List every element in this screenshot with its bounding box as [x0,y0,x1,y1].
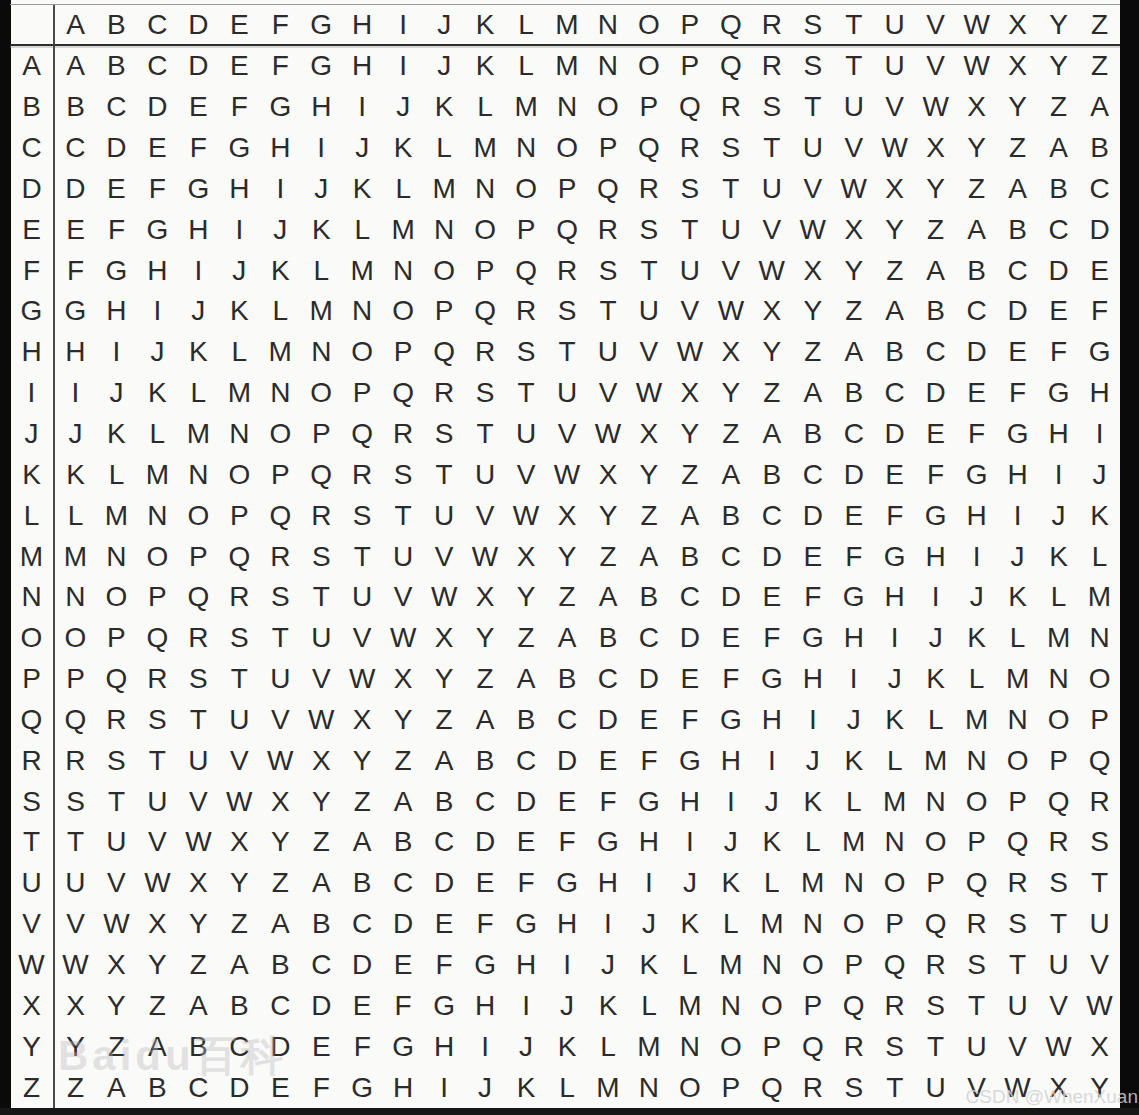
table-cell-VF: A [260,904,301,945]
table-cell-DK: N [465,169,506,210]
table-cell-MP: B [669,536,710,577]
table-cell-WL: H [506,945,547,986]
table-cell-GG: M [301,291,342,332]
table-cell-ZS: R [792,1067,833,1108]
table-cell-QT: J [833,700,874,741]
table-cell-JR: A [751,414,792,455]
table-cell-QN: D [588,700,629,741]
table-cell-TI: B [383,822,424,863]
table-cell-LS: D [792,495,833,536]
table-cell-FD: I [178,250,219,291]
table-cell-QL: B [506,700,547,741]
table-cell-JG: P [301,414,342,455]
table-cell-EY: C [1038,209,1079,250]
table-cell-IE: M [219,373,260,414]
table-cell-TN: G [588,822,629,863]
table-cell-WU: Q [874,945,915,986]
table-cell-RQ: H [710,740,751,781]
column-header-cell-S: S [792,5,833,46]
table-cell-ZR: Q [751,1067,792,1108]
table-cell-HJ: Q [424,332,465,373]
table-cell-NT: G [833,577,874,618]
table-cell-AM: M [547,46,588,87]
table-cell-IU: C [874,373,915,414]
table-cell-AB: B [96,46,137,87]
table-cell-NO: B [628,577,669,618]
table-cell-OW: K [956,618,997,659]
column-header-cell-O: O [628,5,669,46]
table-cell-DM: P [547,169,588,210]
table-cell-RJ: A [424,740,465,781]
table-cell-FL: Q [506,250,547,291]
table-cell-MQ: C [710,536,751,577]
table-cell-XD: A [178,985,219,1026]
table-cell-JT: C [833,414,874,455]
bottom-edge-bar [0,1108,1139,1115]
table-cell-MF: R [260,536,301,577]
table-cell-LI: T [383,495,424,536]
table-cell-VS: N [792,904,833,945]
table-cell-AH: H [342,46,383,87]
table-cell-JY: H [1038,414,1079,455]
table-cell-YQ: O [710,1026,751,1067]
table-cell-XA: X [55,985,96,1026]
table-cell-DX: A [997,169,1038,210]
table-cell-VX: S [997,904,1038,945]
table-cell-MJ: V [424,536,465,577]
table-cell-RK: B [465,740,506,781]
table-cell-BM: N [547,87,588,128]
table-cell-LC: N [137,495,178,536]
table-cell-KD: N [178,454,219,495]
table-cell-PL: A [506,659,547,700]
table-cell-TO: H [628,822,669,863]
table-cell-KN: X [588,454,629,495]
table-cell-YI: G [383,1026,424,1067]
table-cell-HR: Y [751,332,792,373]
table-cell-OK: Y [465,618,506,659]
table-cell-RE: V [219,740,260,781]
corner-cell [10,5,55,46]
table-cell-IH: P [342,373,383,414]
table-cell-QR: H [751,700,792,741]
table-cell-VK: F [465,904,506,945]
table-cell-ZI: H [383,1067,424,1108]
table-cell-NE: R [219,577,260,618]
table-cell-FR: W [751,250,792,291]
table-cell-TQ: J [710,822,751,863]
table-cell-GL: R [506,291,547,332]
table-cell-NQ: D [710,577,751,618]
table-cell-EK: O [465,209,506,250]
table-cell-XM: J [547,985,588,1026]
table-cell-HK: R [465,332,506,373]
table-cell-SK: C [465,781,506,822]
table-cell-DE: H [219,169,260,210]
table-cell-QC: S [137,700,178,741]
table-cell-TE: X [219,822,260,863]
column-header-cell-I: I [383,5,424,46]
table-cell-TC: V [137,822,178,863]
table-cell-QG: W [301,700,342,741]
table-cell-HI: P [383,332,424,373]
table-cell-ND: Q [178,577,219,618]
table-cell-TL: E [506,822,547,863]
column-header-cell-K: K [465,5,506,46]
table-cell-OL: Z [506,618,547,659]
table-cell-QI: Y [383,700,424,741]
table-cell-LA: L [55,495,96,536]
table-cell-OT: H [833,618,874,659]
table-cell-IK: S [465,373,506,414]
table-cell-JP: Y [669,414,710,455]
table-cell-ZH: G [342,1067,383,1108]
row-header-cell-L: L [10,495,55,536]
row-header-cell-T: T [10,822,55,863]
table-cell-GS: Y [792,291,833,332]
table-cell-GB: H [96,291,137,332]
table-cell-EU: Y [874,209,915,250]
table-cell-ZG: F [301,1067,342,1108]
table-cell-LN: Y [588,495,629,536]
table-cell-KO: Y [628,454,669,495]
table-cell-AC: C [137,46,178,87]
table-cell-SB: T [96,781,137,822]
table-cell-JD: M [178,414,219,455]
table-cell-JV: E [915,414,956,455]
table-cell-IR: Z [751,373,792,414]
table-cell-ZO: N [628,1067,669,1108]
table-cell-UR: L [751,863,792,904]
table-cell-UU: O [874,863,915,904]
table-cell-TV: O [915,822,956,863]
table-cell-PT: I [833,659,874,700]
table-cell-LZ: K [1079,495,1120,536]
table-cell-SC: U [137,781,178,822]
table-cell-TW: P [956,822,997,863]
table-cell-EM: Q [547,209,588,250]
table-cell-PK: Z [465,659,506,700]
table-cell-UJ: D [424,863,465,904]
table-cell-SV: N [915,781,956,822]
table-cell-PC: R [137,659,178,700]
table-cell-CF: H [260,128,301,169]
table-cell-NW: J [956,577,997,618]
table-cell-WK: G [465,945,506,986]
table-cell-CA: C [55,128,96,169]
table-cell-GI: O [383,291,424,332]
table-cell-MI: U [383,536,424,577]
table-cell-SW: O [956,781,997,822]
table-cell-IO: W [628,373,669,414]
table-cell-DA: D [55,169,96,210]
table-cell-QA: Q [55,700,96,741]
table-cell-WO: K [628,945,669,986]
column-header-cell-H: H [342,5,383,46]
table-cell-CV: X [915,128,956,169]
table-cell-AQ: Q [710,46,751,87]
table-cell-DR: U [751,169,792,210]
table-cell-RD: U [178,740,219,781]
column-header-cell-Y: Y [1038,5,1079,46]
table-cell-SQ: I [710,781,751,822]
table-cell-XW: T [956,985,997,1026]
table-cell-KL: V [506,454,547,495]
table-cell-VM: H [547,904,588,945]
table-cell-QD: T [178,700,219,741]
table-cell-QH: X [342,700,383,741]
table-cell-XB: Y [96,985,137,1026]
table-cell-VD: Y [178,904,219,945]
table-cell-CE: G [219,128,260,169]
table-cell-XP: M [669,985,710,1026]
table-cell-LL: W [506,495,547,536]
table-cell-ZN: M [588,1067,629,1108]
table-cell-GF: L [260,291,301,332]
table-cell-PE: T [219,659,260,700]
table-cell-PY: N [1038,659,1079,700]
table-cell-VJ: E [424,904,465,945]
table-cell-SD: V [178,781,219,822]
table-cell-LF: Q [260,495,301,536]
table-cell-CQ: S [710,128,751,169]
table-cell-YM: K [547,1026,588,1067]
table-cell-SY: Q [1038,781,1079,822]
table-cell-VI: D [383,904,424,945]
column-header-cell-X: X [997,5,1038,46]
table-cell-DP: S [669,169,710,210]
table-cell-ZK: J [465,1067,506,1108]
table-cell-CT: V [833,128,874,169]
table-cell-BX: Y [997,87,1038,128]
table-cell-RU: L [874,740,915,781]
table-cell-DU: X [874,169,915,210]
table-cell-PH: W [342,659,383,700]
column-header-cell-N: N [588,5,629,46]
table-cell-JE: N [219,414,260,455]
table-cell-OI: W [383,618,424,659]
table-cell-QW: M [956,700,997,741]
table-cell-OA: O [55,618,96,659]
table-cell-UH: B [342,863,383,904]
table-cell-DZ: C [1079,169,1120,210]
table-cell-EA: E [55,209,96,250]
table-cell-TB: U [96,822,137,863]
table-cell-PI: X [383,659,424,700]
table-cell-OJ: X [424,618,465,659]
table-cell-BY: Z [1038,87,1079,128]
table-cell-PQ: F [710,659,751,700]
table-cell-KP: Z [669,454,710,495]
table-cell-GO: U [628,291,669,332]
table-cell-OH: V [342,618,383,659]
table-cell-WZ: V [1079,945,1120,986]
right-edge-bar [1120,0,1139,1109]
table-cell-LG: R [301,495,342,536]
table-cell-IV: D [915,373,956,414]
table-cell-OY: M [1038,618,1079,659]
row-header-cell-S: S [10,781,55,822]
table-cell-XG: D [301,985,342,1026]
table-cell-EI: M [383,209,424,250]
table-cell-EQ: U [710,209,751,250]
table-cell-QB: R [96,700,137,741]
table-cell-YZ: X [1079,1026,1120,1067]
table-cell-KH: R [342,454,383,495]
table-cell-UB: V [96,863,137,904]
table-cell-SS: K [792,781,833,822]
table-cell-OS: G [792,618,833,659]
table-cell-NI: V [383,577,424,618]
table-cell-KU: E [874,454,915,495]
table-cell-BS: T [792,87,833,128]
table-cell-ST: L [833,781,874,822]
table-cell-OQ: E [710,618,751,659]
table-cell-KE: O [219,454,260,495]
table-cell-IT: B [833,373,874,414]
table-cell-UV: P [915,863,956,904]
table-cell-HF: M [260,332,301,373]
table-cell-JO: X [628,414,669,455]
table-cell-UO: I [628,863,669,904]
row-header-cell-X: X [10,985,55,1026]
column-header-cell-E: E [219,5,260,46]
table-cell-MV: H [915,536,956,577]
table-cell-GU: A [874,291,915,332]
table-cell-UW: Q [956,863,997,904]
table-cell-VQ: L [710,904,751,945]
table-cell-HM: T [547,332,588,373]
table-cell-DQ: T [710,169,751,210]
table-cell-GH: N [342,291,383,332]
table-cell-MS: E [792,536,833,577]
table-cell-RF: W [260,740,301,781]
table-cell-KJ: T [424,454,465,495]
table-cell-DJ: M [424,169,465,210]
table-cell-VW: R [956,904,997,945]
table-cell-LE: P [219,495,260,536]
table-cell-JA: J [55,414,96,455]
table-cell-IS: A [792,373,833,414]
table-cell-EZ: D [1079,209,1120,250]
table-cell-OF: T [260,618,301,659]
table-cell-QJ: Z [424,700,465,741]
table-cell-AG: G [301,46,342,87]
column-header-cell-V: V [915,5,956,46]
table-cell-SX: P [997,781,1038,822]
table-cell-LH: S [342,495,383,536]
table-cell-VL: G [506,904,547,945]
row-header-cell-Z: Z [10,1067,55,1108]
column-header-cell-W: W [956,5,997,46]
table-cell-DT: W [833,169,874,210]
table-cell-TZ: S [1079,822,1120,863]
table-cell-SF: X [260,781,301,822]
table-cell-LR: C [751,495,792,536]
table-cell-NM: Z [547,577,588,618]
table-cell-JW: F [956,414,997,455]
table-cell-OU: I [874,618,915,659]
table-cell-MR: D [751,536,792,577]
table-cell-TP: I [669,822,710,863]
table-cell-XK: H [465,985,506,1026]
table-cell-PX: M [997,659,1038,700]
table-cell-CW: Y [956,128,997,169]
table-cell-LX: I [997,495,1038,536]
table-cell-JL: U [506,414,547,455]
table-cell-PG: V [301,659,342,700]
table-cell-JZ: I [1079,414,1120,455]
table-cell-MY: K [1038,536,1079,577]
table-cell-XO: L [628,985,669,1026]
table-cell-WV: R [915,945,956,986]
table-cell-EG: K [301,209,342,250]
table-cell-WH: D [342,945,383,986]
table-cell-HX: E [997,332,1038,373]
table-cell-LW: H [956,495,997,536]
table-cell-EX: B [997,209,1038,250]
table-cell-HZ: G [1079,332,1120,373]
table-cell-FN: S [588,250,629,291]
table-cell-ON: B [588,618,629,659]
table-cell-FQ: V [710,250,751,291]
table-cell-SM: E [547,781,588,822]
table-cell-BB: C [96,87,137,128]
table-cell-CR: T [751,128,792,169]
table-cell-FB: G [96,250,137,291]
table-cell-VC: X [137,904,178,945]
table-cell-XI: F [383,985,424,1026]
table-cell-CK: M [465,128,506,169]
table-cell-MX: J [997,536,1038,577]
table-cell-YJ: H [424,1026,465,1067]
table-cell-TJ: C [424,822,465,863]
csdn-watermark: CSDN @WhenXuan [966,1086,1138,1108]
table-cell-VV: Q [915,904,956,945]
table-cell-MZ: L [1079,536,1120,577]
table-cell-NZ: M [1079,577,1120,618]
table-cell-OO: C [628,618,669,659]
table-cell-WP: L [669,945,710,986]
table-cell-FH: M [342,250,383,291]
column-header-cell-P: P [669,5,710,46]
table-cell-IM: U [547,373,588,414]
table-cell-FW: B [956,250,997,291]
table-cell-YV: T [915,1026,956,1067]
table-cell-GQ: W [710,291,751,332]
table-cell-CP: R [669,128,710,169]
table-cell-MO: A [628,536,669,577]
table-cell-LY: J [1038,495,1079,536]
table-cell-KY: I [1038,454,1079,495]
cipher-grid: ABCDEFGHIJKLMNOPQRSTUVWXYZAABCDEFGHIJKLM… [10,4,1120,1108]
table-cell-DC: F [137,169,178,210]
table-cell-GN: T [588,291,629,332]
table-cell-XN: K [588,985,629,1026]
row-header-cell-Y: Y [10,1026,55,1067]
table-cell-YR: P [751,1026,792,1067]
table-cell-XU: R [874,985,915,1026]
row-header-cell-K: K [10,454,55,495]
table-cell-KM: W [547,454,588,495]
table-cell-VB: W [96,904,137,945]
table-cell-WQ: M [710,945,751,986]
table-cell-BL: M [506,87,547,128]
table-cell-ZU: T [874,1067,915,1108]
table-cell-KW: G [956,454,997,495]
table-cell-DV: Y [915,169,956,210]
table-cell-WM: I [547,945,588,986]
